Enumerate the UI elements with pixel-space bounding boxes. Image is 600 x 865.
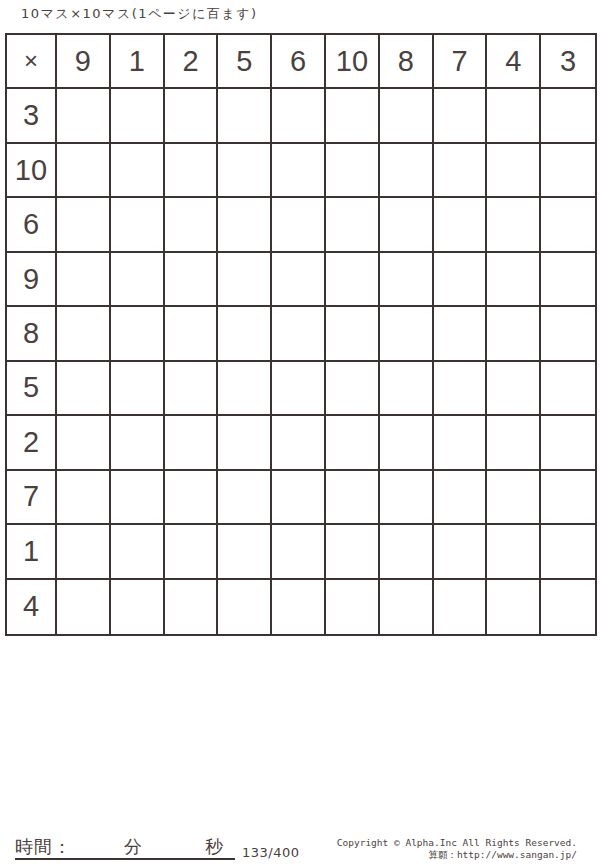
answer-cell[interactable] [111, 471, 165, 525]
answer-cell[interactable] [272, 416, 326, 470]
answer-cell[interactable] [434, 89, 488, 143]
answer-cell[interactable] [380, 525, 434, 579]
answer-cell[interactable] [380, 580, 434, 634]
answer-cell[interactable] [165, 471, 219, 525]
answer-cell[interactable] [434, 253, 488, 307]
answer-cell[interactable] [326, 416, 380, 470]
answer-cell[interactable] [218, 416, 272, 470]
answer-cell[interactable] [165, 416, 219, 470]
answer-cell[interactable] [165, 362, 219, 416]
worksheet-page: 10マス×10マス(1ページに百ます) ×9125610874331069852… [0, 0, 600, 865]
answer-cell[interactable] [57, 253, 111, 307]
col-header-cell: 4 [487, 35, 541, 89]
answer-cell[interactable] [111, 580, 165, 634]
answer-cell[interactable] [165, 198, 219, 252]
minutes-label: 分 [124, 835, 143, 859]
answer-cell[interactable] [541, 471, 595, 525]
answer-cell[interactable] [487, 580, 541, 634]
answer-cell[interactable] [326, 144, 380, 198]
answer-cell[interactable] [218, 144, 272, 198]
answer-cell[interactable] [57, 144, 111, 198]
answer-cell[interactable] [434, 307, 488, 361]
col-header-cell: 10 [326, 35, 380, 89]
time-entry-line: 時間： 分 秒 [15, 835, 235, 860]
col-header-cell: 7 [434, 35, 488, 89]
answer-cell[interactable] [272, 307, 326, 361]
col-header-cell: 9 [57, 35, 111, 89]
answer-cell[interactable] [57, 89, 111, 143]
answer-cell[interactable] [218, 525, 272, 579]
answer-cell[interactable] [57, 471, 111, 525]
answer-cell[interactable] [57, 580, 111, 634]
answer-cell[interactable] [218, 362, 272, 416]
answer-cell[interactable] [326, 362, 380, 416]
answer-cell[interactable] [380, 362, 434, 416]
answer-cell[interactable] [272, 198, 326, 252]
copyright-block: Copyright © Alpha.Inc All Rights Reserve… [337, 837, 577, 861]
answer-cell[interactable] [111, 525, 165, 579]
answer-cell[interactable] [487, 144, 541, 198]
answer-cell[interactable] [541, 89, 595, 143]
seconds-label: 秒 [205, 835, 224, 859]
answer-cell[interactable] [487, 416, 541, 470]
answer-cell[interactable] [218, 253, 272, 307]
answer-cell[interactable] [541, 307, 595, 361]
answer-cell[interactable] [380, 253, 434, 307]
answer-cell[interactable] [165, 307, 219, 361]
answer-cell[interactable] [272, 253, 326, 307]
answer-cell[interactable] [165, 253, 219, 307]
answer-cell[interactable] [272, 525, 326, 579]
answer-cell[interactable] [380, 144, 434, 198]
answer-cell[interactable] [111, 307, 165, 361]
row-header-cell: 4 [7, 580, 57, 634]
answer-cell[interactable] [218, 89, 272, 143]
answer-cell[interactable] [434, 198, 488, 252]
col-header-cell: 1 [111, 35, 165, 89]
answer-cell[interactable] [57, 525, 111, 579]
answer-cell[interactable] [541, 253, 595, 307]
row-header-cell: 7 [7, 471, 57, 525]
answer-cell[interactable] [434, 144, 488, 198]
answer-cell[interactable] [380, 416, 434, 470]
answer-cell[interactable] [111, 144, 165, 198]
answer-cell[interactable] [541, 144, 595, 198]
operator-cell: × [7, 35, 57, 89]
col-header-cell: 2 [165, 35, 219, 89]
answer-cell[interactable] [272, 471, 326, 525]
answer-cell[interactable] [326, 307, 380, 361]
answer-cell[interactable] [165, 144, 219, 198]
col-header-cell: 6 [272, 35, 326, 89]
answer-cell[interactable] [272, 89, 326, 143]
page-counter: 133/400 [242, 845, 300, 860]
copyright-line: Copyright © Alpha.Inc All Rights Reserve… [337, 837, 577, 849]
answer-cell[interactable] [111, 89, 165, 143]
multiplication-grid: ×9125610874331069852714 [5, 33, 597, 636]
answer-cell[interactable] [165, 89, 219, 143]
answer-cell[interactable] [326, 253, 380, 307]
answer-cell[interactable] [57, 307, 111, 361]
answer-cell[interactable] [380, 198, 434, 252]
answer-cell[interactable] [218, 471, 272, 525]
answer-cell[interactable] [272, 144, 326, 198]
answer-cell[interactable] [487, 198, 541, 252]
answer-cell[interactable] [487, 525, 541, 579]
row-header-cell: 6 [7, 198, 57, 252]
answer-cell[interactable] [434, 525, 488, 579]
page-title: 10マス×10マス(1ページに百ます) [21, 5, 258, 23]
row-header-cell: 9 [7, 253, 57, 307]
answer-cell[interactable] [326, 89, 380, 143]
answer-cell[interactable] [487, 471, 541, 525]
answer-cell[interactable] [541, 198, 595, 252]
answer-cell[interactable] [111, 362, 165, 416]
answer-cell[interactable] [326, 198, 380, 252]
answer-cell[interactable] [57, 362, 111, 416]
answer-cell[interactable] [541, 580, 595, 634]
col-header-cell: 3 [541, 35, 595, 89]
answer-cell[interactable] [434, 580, 488, 634]
answer-cell[interactable] [218, 580, 272, 634]
answer-cell[interactable] [272, 580, 326, 634]
answer-cell[interactable] [326, 525, 380, 579]
row-header-cell: 3 [7, 89, 57, 143]
answer-cell[interactable] [380, 471, 434, 525]
answer-cell[interactable] [487, 307, 541, 361]
answer-cell[interactable] [218, 198, 272, 252]
row-header-cell: 2 [7, 416, 57, 470]
answer-cell[interactable] [165, 580, 219, 634]
answer-cell[interactable] [111, 253, 165, 307]
answer-cell[interactable] [487, 89, 541, 143]
answer-cell[interactable] [326, 471, 380, 525]
answer-cell[interactable] [272, 362, 326, 416]
col-header-cell: 5 [218, 35, 272, 89]
answer-cell[interactable] [487, 253, 541, 307]
answer-cell[interactable] [111, 416, 165, 470]
answer-cell[interactable] [111, 198, 165, 252]
answer-cell[interactable] [57, 416, 111, 470]
answer-cell[interactable] [218, 307, 272, 361]
answer-cell[interactable] [487, 362, 541, 416]
answer-cell[interactable] [165, 525, 219, 579]
answer-cell[interactable] [434, 471, 488, 525]
answer-cell[interactable] [57, 198, 111, 252]
answer-cell[interactable] [541, 362, 595, 416]
row-header-cell: 1 [7, 525, 57, 579]
answer-cell[interactable] [434, 416, 488, 470]
answer-cell[interactable] [380, 307, 434, 361]
answer-cell[interactable] [434, 362, 488, 416]
time-label: 時間： [15, 835, 72, 859]
copyright-url: 算願：http://www.sangan.jp/ [337, 849, 577, 861]
row-header-cell: 8 [7, 307, 57, 361]
answer-cell[interactable] [541, 416, 595, 470]
col-header-cell: 8 [380, 35, 434, 89]
row-header-cell: 10 [7, 144, 57, 198]
answer-cell[interactable] [326, 580, 380, 634]
row-header-cell: 5 [7, 362, 57, 416]
answer-cell[interactable] [380, 89, 434, 143]
answer-cell[interactable] [541, 525, 595, 579]
